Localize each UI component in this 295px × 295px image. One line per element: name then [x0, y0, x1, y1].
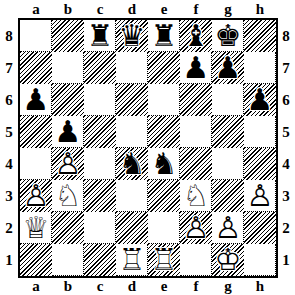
- piece-black-queen[interactable]: ♛: [116, 20, 148, 52]
- square-e8[interactable]: ♜♜: [148, 20, 180, 52]
- square-a5[interactable]: [20, 116, 52, 148]
- file-label-top-a: a: [20, 0, 52, 18]
- square-c1[interactable]: [84, 244, 116, 276]
- file-label-top-h: h: [244, 0, 276, 18]
- piece-white-pawn[interactable]: ♙: [180, 212, 212, 244]
- square-h5[interactable]: [244, 116, 276, 148]
- square-d7[interactable]: [116, 52, 148, 84]
- piece-white-pawn[interactable]: ♙: [244, 180, 276, 212]
- piece-black-bishop[interactable]: ♝: [180, 20, 212, 52]
- piece-black-pawn[interactable]: ♟: [180, 52, 212, 84]
- piece-black-rook[interactable]: ♜: [84, 20, 116, 52]
- square-e2[interactable]: [148, 212, 180, 244]
- piece-halo: ♟: [20, 180, 52, 212]
- square-h6[interactable]: ♟♟: [244, 84, 276, 116]
- square-h8[interactable]: [244, 20, 276, 52]
- rank-label-right-6: 6: [277, 84, 295, 116]
- square-h4[interactable]: [244, 148, 276, 180]
- square-b6[interactable]: [52, 84, 84, 116]
- square-f7[interactable]: ♟♟: [180, 52, 212, 84]
- file-label-top-c: c: [84, 0, 116, 18]
- piece-black-king[interactable]: ♚: [212, 20, 244, 52]
- file-label-bottom-b: b: [52, 278, 84, 295]
- piece-halo: ♞: [52, 180, 84, 212]
- square-b8[interactable]: [52, 20, 84, 52]
- chess-diagram: ♜♜♛♛♜♜♝♝♚♚♟♟♟♟♟♟♟♟♟♟♟♙♞♞♞♞♟♙♞♘♞♘♟♙♛♕♟♙♟♙…: [0, 0, 295, 295]
- piece-halo: ♚: [212, 244, 244, 276]
- square-f1[interactable]: [180, 244, 212, 276]
- piece-white-pawn[interactable]: ♙: [212, 212, 244, 244]
- square-g1[interactable]: ♚♔: [212, 244, 244, 276]
- piece-halo: ♟: [180, 52, 212, 84]
- piece-black-knight[interactable]: ♞: [116, 148, 148, 180]
- piece-halo: ♟: [244, 84, 276, 116]
- piece-halo: ♜: [148, 244, 180, 276]
- piece-halo: ♞: [148, 148, 180, 180]
- square-a2[interactable]: ♛♕: [20, 212, 52, 244]
- file-label-top-f: f: [180, 0, 212, 18]
- square-e4[interactable]: ♞♞: [148, 148, 180, 180]
- piece-black-pawn[interactable]: ♟: [212, 52, 244, 84]
- piece-black-rook[interactable]: ♜: [148, 20, 180, 52]
- piece-halo: ♛: [20, 212, 52, 244]
- file-label-top-d: d: [116, 0, 148, 18]
- rank-label-left-1: 1: [0, 244, 18, 276]
- piece-black-pawn[interactable]: ♟: [52, 116, 84, 148]
- square-h7[interactable]: [244, 52, 276, 84]
- square-a8[interactable]: [20, 20, 52, 52]
- square-c8[interactable]: ♜♜: [84, 20, 116, 52]
- square-b4[interactable]: ♟♙: [52, 148, 84, 180]
- file-label-bottom-c: c: [84, 278, 116, 295]
- square-b2[interactable]: [52, 212, 84, 244]
- piece-white-knight[interactable]: ♘: [52, 180, 84, 212]
- rank-label-left-5: 5: [0, 116, 18, 148]
- square-c6[interactable]: [84, 84, 116, 116]
- piece-halo: ♟: [244, 180, 276, 212]
- piece-white-pawn[interactable]: ♙: [20, 180, 52, 212]
- square-e7[interactable]: [148, 52, 180, 84]
- piece-halo: ♟: [212, 52, 244, 84]
- rank-label-left-6: 6: [0, 84, 18, 116]
- file-label-top-g: g: [212, 0, 244, 18]
- square-f3[interactable]: ♞♘: [180, 180, 212, 212]
- square-c5[interactable]: [84, 116, 116, 148]
- piece-white-rook[interactable]: ♖: [116, 244, 148, 276]
- square-g4[interactable]: [212, 148, 244, 180]
- file-label-top-e: e: [148, 0, 180, 18]
- square-h1[interactable]: [244, 244, 276, 276]
- rank-label-left-2: 2: [0, 212, 18, 244]
- square-f6[interactable]: [180, 84, 212, 116]
- square-c4[interactable]: [84, 148, 116, 180]
- square-f2[interactable]: ♟♙: [180, 212, 212, 244]
- piece-halo: ♛: [116, 20, 148, 52]
- square-d4[interactable]: ♞♞: [116, 148, 148, 180]
- rank-label-left-4: 4: [0, 148, 18, 180]
- rank-label-right-2: 2: [277, 212, 295, 244]
- square-d5[interactable]: [116, 116, 148, 148]
- rank-label-left-8: 8: [0, 20, 18, 52]
- square-c2[interactable]: [84, 212, 116, 244]
- square-c7[interactable]: [84, 52, 116, 84]
- piece-black-pawn[interactable]: ♟: [244, 84, 276, 116]
- rank-label-left-7: 7: [0, 52, 18, 84]
- square-h3[interactable]: ♟♙: [244, 180, 276, 212]
- file-label-bottom-a: a: [20, 278, 52, 295]
- piece-halo: ♜: [84, 20, 116, 52]
- square-e1[interactable]: ♜♖: [148, 244, 180, 276]
- square-a7[interactable]: [20, 52, 52, 84]
- rank-label-right-7: 7: [277, 52, 295, 84]
- square-d2[interactable]: [116, 212, 148, 244]
- file-label-top-b: b: [52, 0, 84, 18]
- piece-white-king[interactable]: ♔: [212, 244, 244, 276]
- square-e3[interactable]: [148, 180, 180, 212]
- square-b1[interactable]: [52, 244, 84, 276]
- piece-halo: ♟: [52, 116, 84, 148]
- square-d8[interactable]: ♛♛: [116, 20, 148, 52]
- square-b7[interactable]: [52, 52, 84, 84]
- piece-halo: ♟: [212, 212, 244, 244]
- square-f4[interactable]: [180, 148, 212, 180]
- square-g6[interactable]: [212, 84, 244, 116]
- rank-label-right-1: 1: [277, 244, 295, 276]
- piece-halo: ♞: [116, 148, 148, 180]
- file-label-bottom-e: e: [148, 278, 180, 295]
- square-g3[interactable]: [212, 180, 244, 212]
- square-f5[interactable]: [180, 116, 212, 148]
- square-e6[interactable]: [148, 84, 180, 116]
- piece-halo: ♞: [180, 180, 212, 212]
- piece-halo: ♟: [52, 148, 84, 180]
- piece-black-knight[interactable]: ♞: [148, 148, 180, 180]
- square-h2[interactable]: [244, 212, 276, 244]
- piece-halo: ♜: [148, 20, 180, 52]
- square-c3[interactable]: [84, 180, 116, 212]
- piece-white-rook[interactable]: ♖: [148, 244, 180, 276]
- square-b3[interactable]: ♞♘: [52, 180, 84, 212]
- rank-label-right-8: 8: [277, 20, 295, 52]
- square-a4[interactable]: [20, 148, 52, 180]
- square-g5[interactable]: [212, 116, 244, 148]
- square-a6[interactable]: ♟♟: [20, 84, 52, 116]
- piece-halo: ♟: [20, 84, 52, 116]
- square-g8[interactable]: ♚♚: [212, 20, 244, 52]
- rank-label-right-5: 5: [277, 116, 295, 148]
- square-d1[interactable]: ♜♖: [116, 244, 148, 276]
- file-label-bottom-h: h: [244, 278, 276, 295]
- rank-label-right-3: 3: [277, 180, 295, 212]
- rank-label-left-3: 3: [0, 180, 18, 212]
- piece-halo: ♝: [180, 20, 212, 52]
- file-label-bottom-g: g: [212, 278, 244, 295]
- square-g7[interactable]: ♟♟: [212, 52, 244, 84]
- chess-board: ♜♜♛♛♜♜♝♝♚♚♟♟♟♟♟♟♟♟♟♟♟♙♞♞♞♞♟♙♞♘♞♘♟♙♛♕♟♙♟♙…: [18, 18, 278, 278]
- piece-halo: ♟: [180, 212, 212, 244]
- piece-black-pawn[interactable]: ♟: [20, 84, 52, 116]
- square-f8[interactable]: ♝♝: [180, 20, 212, 52]
- piece-white-queen[interactable]: ♕: [20, 212, 52, 244]
- square-a1[interactable]: [20, 244, 52, 276]
- file-label-bottom-d: d: [116, 278, 148, 295]
- square-a3[interactable]: ♟♙: [20, 180, 52, 212]
- rank-label-right-4: 4: [277, 148, 295, 180]
- file-label-bottom-f: f: [180, 278, 212, 295]
- square-e5[interactable]: [148, 116, 180, 148]
- piece-white-knight[interactable]: ♘: [180, 180, 212, 212]
- square-d3[interactable]: [116, 180, 148, 212]
- piece-halo: ♚: [212, 20, 244, 52]
- square-g2[interactable]: ♟♙: [212, 212, 244, 244]
- piece-white-pawn[interactable]: ♙: [52, 148, 84, 180]
- square-d6[interactable]: [116, 84, 148, 116]
- piece-halo: ♜: [116, 244, 148, 276]
- square-b5[interactable]: ♟♟: [52, 116, 84, 148]
